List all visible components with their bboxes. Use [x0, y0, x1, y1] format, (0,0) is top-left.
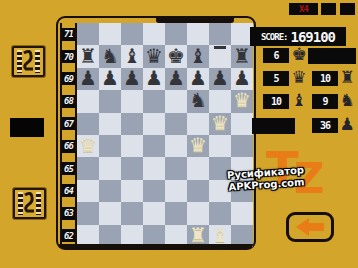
white-bishop-piece: ♝: [211, 225, 229, 245]
multiplier-value: X4: [299, 4, 308, 14]
square-a70[interactable]: ♜: [77, 45, 99, 67]
square-c63[interactable]: [121, 202, 143, 224]
square-a67[interactable]: [77, 113, 99, 135]
black-king-piece: ♚: [167, 46, 185, 66]
rank-label: 70: [62, 50, 75, 63]
square-f69[interactable]: ♟: [187, 68, 209, 90]
black-pawn-piece: ♟: [189, 68, 207, 88]
black-pawn-piece: ♟: [145, 68, 163, 88]
rook-icon: ♜: [338, 68, 356, 87]
black-knight-piece: ♞: [101, 46, 119, 66]
black-knight-piece: ♞: [189, 90, 207, 110]
rank-label: 62: [62, 229, 75, 242]
square-b70[interactable]: ♞: [99, 45, 121, 67]
square-b69[interactable]: ♟: [99, 68, 121, 90]
queen-icon: ♛: [290, 68, 308, 87]
score-label: SCORE:: [261, 32, 288, 42]
square-a65[interactable]: [77, 157, 99, 179]
rank-label: 64: [62, 184, 75, 197]
rank-rail: 71706968676665646362: [60, 23, 77, 247]
game-screen: 71706968676665646362 ♜♞♝♛♚♝♜♟♟♟♟♟♟♟♟♞♛♛♛…: [0, 0, 358, 268]
back-arrow-icon: [296, 218, 324, 236]
chain-strip-icon: [36, 192, 41, 215]
square-a64[interactable]: [77, 180, 99, 202]
pawn-icon: ♟: [338, 115, 356, 134]
square-e67[interactable]: [165, 113, 187, 135]
square-f70[interactable]: ♝: [187, 45, 209, 67]
white-queen-piece: ♛: [211, 113, 229, 133]
square-g67[interactable]: ♛: [209, 113, 231, 135]
black-pawn-piece: ♟: [233, 68, 251, 88]
black-bishop-piece: ♝: [189, 46, 207, 66]
square-d67[interactable]: [143, 113, 165, 135]
rank-label: 69: [62, 72, 75, 85]
square-e66[interactable]: [165, 135, 187, 157]
square-e63[interactable]: [165, 202, 187, 224]
rail-cell: 70: [62, 45, 75, 67]
rail-cell: 71: [62, 23, 75, 45]
square-c65[interactable]: [121, 157, 143, 179]
queen-count: 5: [263, 71, 289, 86]
square-c64[interactable]: [121, 180, 143, 202]
square-b64[interactable]: [99, 180, 121, 202]
white-rook-piece: ♜: [189, 225, 207, 245]
square-a69[interactable]: ♟: [77, 68, 99, 90]
square-c69[interactable]: ♟: [121, 68, 143, 90]
bishop-count: 10: [263, 94, 289, 109]
black-rook-piece: ♜: [79, 46, 97, 66]
square-f68[interactable]: ♞: [187, 90, 209, 112]
black-pawn-piece: ♟: [101, 68, 119, 88]
chess-board-frame: 71706968676665646362 ♜♞♝♛♚♝♜♟♟♟♟♟♟♟♟♞♛♛♛…: [56, 16, 256, 250]
square-e71[interactable]: [165, 23, 187, 45]
square-a71[interactable]: [77, 23, 99, 45]
square-g71[interactable]: [209, 23, 231, 45]
square-d65[interactable]: [143, 157, 165, 179]
board-squares: ♜♞♝♛♚♝♜♟♟♟♟♟♟♟♟♞♛♛♛♛♜♝: [77, 23, 253, 247]
black-rook-piece: ♜: [233, 46, 251, 66]
rank-label: 66: [62, 140, 75, 153]
multiplier-box: X4: [289, 3, 318, 15]
square-g63[interactable]: [209, 202, 231, 224]
score-value: 169100: [290, 29, 335, 45]
empty-counter-box: [252, 118, 295, 134]
rank-label: 67: [62, 117, 75, 130]
rank-label: 68: [62, 95, 75, 108]
square-d71[interactable]: [143, 23, 165, 45]
square-b63[interactable]: [99, 202, 121, 224]
square-e69[interactable]: ♟: [165, 68, 187, 90]
square-h63[interactable]: [231, 202, 253, 224]
square-e64[interactable]: [165, 180, 187, 202]
square-h70[interactable]: ♜: [231, 45, 253, 67]
square-d66[interactable]: [143, 135, 165, 157]
square-b66[interactable]: [99, 135, 121, 157]
square-f63[interactable]: [187, 202, 209, 224]
white-queen-piece: ♛: [189, 135, 207, 155]
black-pawn-piece: ♟: [79, 68, 97, 88]
pawn-count: 36: [312, 118, 338, 133]
board-bottom-bar: [59, 244, 253, 248]
rail-cell: 67: [62, 113, 75, 135]
square-b71[interactable]: [99, 23, 121, 45]
square-f65[interactable]: [187, 157, 209, 179]
white-queen-piece: ♛: [79, 135, 97, 155]
white-queen-piece: ♛: [233, 90, 251, 110]
square-h67[interactable]: [231, 113, 253, 135]
left-black-panel: [10, 118, 44, 137]
rail-cell: 69: [62, 68, 75, 90]
square-g66[interactable]: [209, 135, 231, 157]
square-g69[interactable]: ♟: [209, 68, 231, 90]
bishop-icon: ♝: [290, 91, 308, 110]
square-g68[interactable]: [209, 90, 231, 112]
black-bishop-piece: ♝: [123, 46, 141, 66]
square-d63[interactable]: [143, 202, 165, 224]
chain-strip-icon: [35, 50, 40, 73]
square-e68[interactable]: [165, 90, 187, 112]
square-h66[interactable]: [231, 135, 253, 157]
empty-counter-box: [308, 48, 356, 64]
square-a66[interactable]: ♛: [77, 135, 99, 157]
square-d70[interactable]: ♛: [143, 45, 165, 67]
square-f66[interactable]: ♛: [187, 135, 209, 157]
square-f67[interactable]: [187, 113, 209, 135]
square-c67[interactable]: [121, 113, 143, 135]
king-icon: ♚: [290, 45, 308, 64]
king-count: 6: [263, 48, 289, 63]
squiggle-2-icon: [23, 191, 36, 215]
rank-label: 63: [62, 207, 75, 220]
square-h68[interactable]: ♛: [231, 90, 253, 112]
rail-cell: 65: [62, 157, 75, 179]
rank-label: 65: [62, 162, 75, 175]
square-b65[interactable]: [99, 157, 121, 179]
ornament-scroll-icon: [12, 46, 45, 77]
square-d64[interactable]: [143, 180, 165, 202]
square-b68[interactable]: [99, 90, 121, 112]
square-c68[interactable]: [121, 90, 143, 112]
square-b67[interactable]: [99, 113, 121, 135]
rook-count: 10: [312, 71, 338, 86]
back-button[interactable]: [286, 212, 334, 242]
square-c70[interactable]: ♝: [121, 45, 143, 67]
rail-cell: 63: [62, 202, 75, 224]
rail-cell: 64: [62, 180, 75, 202]
ornament-scroll-icon: [13, 188, 46, 219]
knight-count: 9: [312, 94, 338, 109]
square-a68[interactable]: [77, 90, 99, 112]
square-d69[interactable]: ♟: [143, 68, 165, 90]
square-f64[interactable]: [187, 180, 209, 202]
square-a63[interactable]: [77, 202, 99, 224]
square-c66[interactable]: [121, 135, 143, 157]
black-pawn-piece: ♟: [211, 68, 229, 88]
square-d68[interactable]: [143, 90, 165, 112]
squiggle-2-icon: [22, 49, 35, 73]
rank-label: 71: [62, 28, 75, 41]
square-e65[interactable]: [165, 157, 187, 179]
rail-cell: 68: [62, 90, 75, 112]
square-e70[interactable]: ♚: [165, 45, 187, 67]
partial-piece-marker: [214, 46, 226, 49]
square-c71[interactable]: [121, 23, 143, 45]
black-pawn-piece: ♟: [167, 68, 185, 88]
hud-slot-box: [321, 3, 336, 15]
black-queen-piece: ♛: [145, 46, 163, 66]
square-h69[interactable]: ♟: [231, 68, 253, 90]
square-g70[interactable]: [209, 45, 231, 67]
black-pawn-piece: ♟: [123, 68, 141, 88]
hud-slot-box: [340, 3, 355, 15]
rail-cell: 66: [62, 135, 75, 157]
knight-icon: ♞: [338, 91, 356, 110]
square-f71[interactable]: [187, 23, 209, 45]
